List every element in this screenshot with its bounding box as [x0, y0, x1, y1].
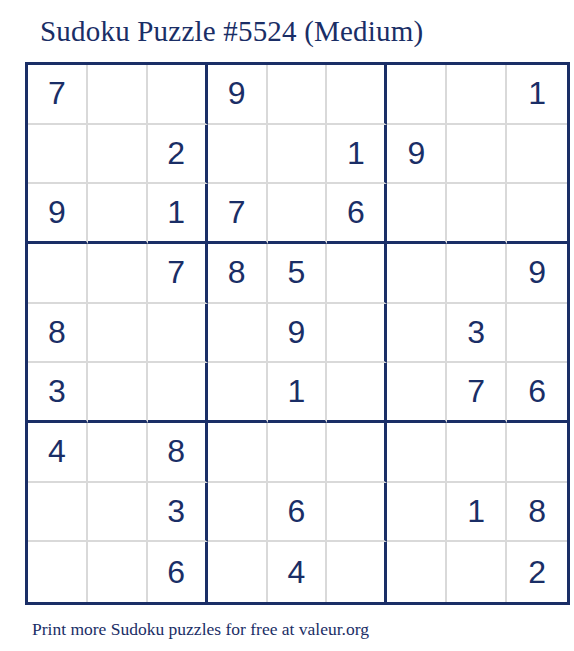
sudoku-cell-r3c9: [507, 184, 567, 244]
sudoku-cell-r7c3: 8: [148, 423, 208, 483]
sudoku-cell-r1c5: [268, 65, 328, 125]
sudoku-cell-r8c1: [28, 483, 88, 543]
sudoku-cell-r5c7: [387, 304, 447, 364]
sudoku-cell-r8c5: 6: [268, 483, 328, 543]
sudoku-cell-r2c7: 9: [387, 125, 447, 185]
sudoku-cell-r5c6: [327, 304, 387, 364]
sudoku-cell-r4c2: [88, 244, 148, 304]
sudoku-cell-r6c8: 7: [447, 363, 507, 423]
sudoku-cell-r4c4: 8: [208, 244, 268, 304]
sudoku-cell-r6c9: 6: [507, 363, 567, 423]
footer-credit: Print more Sudoku puzzles for free at va…: [32, 619, 574, 640]
sudoku-cell-r2c1: [28, 125, 88, 185]
sudoku-cell-r6c7: [387, 363, 447, 423]
sudoku-cell-r9c4: [208, 542, 268, 602]
sudoku-cell-r2c4: [208, 125, 268, 185]
sudoku-cell-r8c4: [208, 483, 268, 543]
sudoku-cell-r5c1: 8: [28, 304, 88, 364]
sudoku-cell-r7c4: [208, 423, 268, 483]
sudoku-cell-r5c8: 3: [447, 304, 507, 364]
sudoku-cell-r4c9: 9: [507, 244, 567, 304]
sudoku-cell-r7c2: [88, 423, 148, 483]
sudoku-cell-r4c5: 5: [268, 244, 328, 304]
sudoku-cell-r7c8: [447, 423, 507, 483]
sudoku-cell-r6c5: 1: [268, 363, 328, 423]
sudoku-cell-r1c6: [327, 65, 387, 125]
sudoku-cell-r2c5: [268, 125, 328, 185]
sudoku-cell-r9c9: 2: [507, 542, 567, 602]
sudoku-cell-r5c3: [148, 304, 208, 364]
sudoku-cell-r9c6: [327, 542, 387, 602]
sudoku-cell-r3c6: 6: [327, 184, 387, 244]
sudoku-cell-r8c3: 3: [148, 483, 208, 543]
sudoku-cell-r8c6: [327, 483, 387, 543]
sudoku-cell-r7c1: 4: [28, 423, 88, 483]
sudoku-cell-r2c6: 1: [327, 125, 387, 185]
sudoku-cell-r9c3: 6: [148, 542, 208, 602]
sudoku-cell-r3c1: 9: [28, 184, 88, 244]
sudoku-cell-r7c6: [327, 423, 387, 483]
sudoku-cell-r8c2: [88, 483, 148, 543]
sudoku-cell-r3c2: [88, 184, 148, 244]
sudoku-cell-r4c8: [447, 244, 507, 304]
sudoku-cell-r4c3: 7: [148, 244, 208, 304]
sudoku-cell-r1c9: 1: [507, 65, 567, 125]
sudoku-cell-r1c8: [447, 65, 507, 125]
sudoku-cell-r8c8: 1: [447, 483, 507, 543]
sudoku-cell-r4c7: [387, 244, 447, 304]
page-title: Sudoku Puzzle #5524 (Medium): [40, 14, 574, 49]
sudoku-cell-r4c1: [28, 244, 88, 304]
sudoku-cell-r3c4: 7: [208, 184, 268, 244]
sudoku-cell-r7c5: [268, 423, 328, 483]
sudoku-cell-r9c2: [88, 542, 148, 602]
sudoku-cell-r3c7: [387, 184, 447, 244]
sudoku-cell-r5c4: [208, 304, 268, 364]
sudoku-cell-r2c9: [507, 125, 567, 185]
sudoku-cell-r6c2: [88, 363, 148, 423]
sudoku-cell-r1c4: 9: [208, 65, 268, 125]
sudoku-cell-r9c7: [387, 542, 447, 602]
sudoku-cell-r5c2: [88, 304, 148, 364]
sudoku-cell-r3c8: [447, 184, 507, 244]
sudoku-cell-r9c8: [447, 542, 507, 602]
sudoku-cell-r5c5: 9: [268, 304, 328, 364]
sudoku-cell-r7c7: [387, 423, 447, 483]
sudoku-cell-r2c3: 2: [148, 125, 208, 185]
sudoku-cell-r1c2: [88, 65, 148, 125]
sudoku-cell-r3c3: 1: [148, 184, 208, 244]
sudoku-cell-r8c9: 8: [507, 483, 567, 543]
sudoku-cell-r4c6: [327, 244, 387, 304]
sudoku-cell-r6c1: 3: [28, 363, 88, 423]
sudoku-cell-r1c7: [387, 65, 447, 125]
sudoku-cell-r1c1: 7: [28, 65, 88, 125]
sudoku-cell-r9c5: 4: [268, 542, 328, 602]
sudoku-cell-r9c1: [28, 542, 88, 602]
sudoku-cell-r3c5: [268, 184, 328, 244]
sudoku-cell-r7c9: [507, 423, 567, 483]
sudoku-cell-r8c7: [387, 483, 447, 543]
sudoku-cell-r2c8: [447, 125, 507, 185]
sudoku-cell-r5c9: [507, 304, 567, 364]
sudoku-cell-r6c6: [327, 363, 387, 423]
sudoku-cell-r2c2: [88, 125, 148, 185]
sudoku-cell-r1c3: [148, 65, 208, 125]
sudoku-cell-r6c4: [208, 363, 268, 423]
sudoku-board: 791219917678598933176483618642: [25, 62, 570, 605]
sudoku-cell-r6c3: [148, 363, 208, 423]
